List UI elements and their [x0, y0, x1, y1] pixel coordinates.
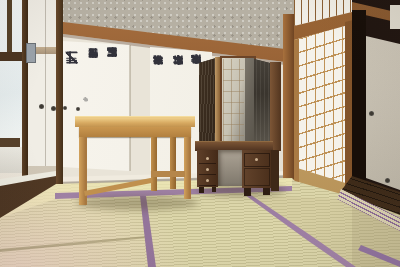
tatami-room-photo	[0, 0, 400, 267]
photo-vignette	[0, 0, 400, 267]
